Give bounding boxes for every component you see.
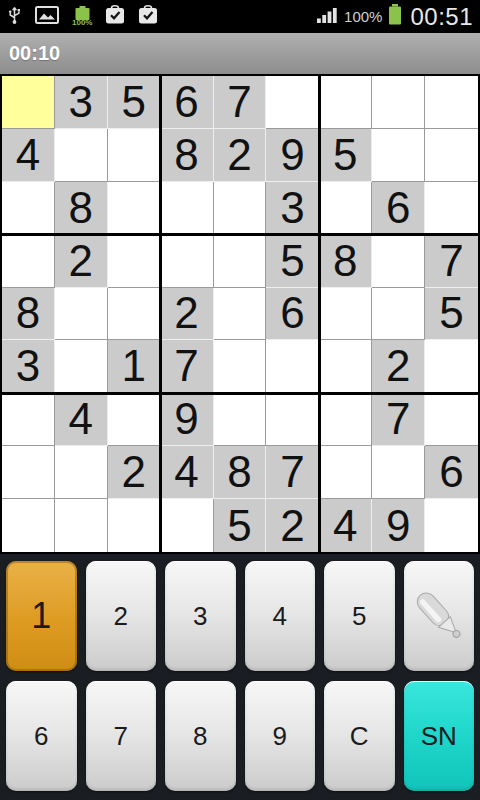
sudoku-cell-r2c4[interactable]: 8 [161, 129, 214, 182]
sudoku-cell-r2c5[interactable]: 2 [214, 129, 267, 182]
digit-7-button[interactable]: 7 [86, 681, 157, 791]
sudoku-cell-r5c3[interactable] [108, 288, 161, 341]
keypad-row-2: 6789CSN [6, 681, 474, 791]
sudoku-cell-r4c9[interactable]: 7 [425, 235, 478, 288]
sudoku-cell-r3c1[interactable] [2, 182, 55, 235]
pencil-icon [413, 584, 465, 648]
sudoku-cell-r3c8[interactable]: 6 [372, 182, 425, 235]
digit-2-button[interactable]: 2 [86, 561, 157, 671]
sudoku-cell-r7c7[interactable] [319, 393, 372, 446]
digit-5-button[interactable]: 5 [324, 561, 395, 671]
battery-icon [388, 4, 402, 29]
sudoku-cell-r9c4[interactable] [161, 499, 214, 552]
sudoku-cell-r9c7[interactable]: 4 [319, 499, 372, 552]
sudoku-cell-r4c8[interactable] [372, 235, 425, 288]
task-done-icon [105, 5, 125, 28]
sudoku-cell-r7c6[interactable] [266, 393, 319, 446]
elapsed-timer: 00:10 [9, 42, 60, 65]
sudoku-cell-r1c9[interactable] [425, 76, 478, 129]
timer-bar: 00:10 [0, 33, 480, 74]
sudoku-cell-r6c9[interactable] [425, 340, 478, 393]
sudoku-cell-r3c4[interactable] [161, 182, 214, 235]
sudoku-cell-r1c2[interactable]: 3 [55, 76, 108, 129]
sudoku-cell-r2c2[interactable] [55, 129, 108, 182]
digit-8-button[interactable]: 8 [165, 681, 236, 791]
digit-4-button[interactable]: 4 [245, 561, 316, 671]
sudoku-cell-r5c2[interactable] [55, 288, 108, 341]
sudoku-cell-r5c9[interactable]: 5 [425, 288, 478, 341]
sudoku-cell-r4c6[interactable]: 5 [266, 235, 319, 288]
sudoku-cell-r5c1[interactable]: 8 [2, 288, 55, 341]
gallery-icon [35, 6, 59, 28]
sudoku-cell-r2c9[interactable] [425, 129, 478, 182]
sudoku-cell-r8c9[interactable]: 6 [425, 446, 478, 499]
sudoku-cell-r7c3[interactable] [108, 393, 161, 446]
sudoku-cell-r1c7[interactable] [319, 76, 372, 129]
sudoku-cell-r8c3[interactable]: 2 [108, 446, 161, 499]
sudoku-cell-r5c4[interactable]: 2 [161, 288, 214, 341]
sudoku-cell-r8c7[interactable] [319, 446, 372, 499]
sudoku-cell-r8c6[interactable]: 7 [266, 446, 319, 499]
digit-3-button[interactable]: 3 [165, 561, 236, 671]
sudoku-cell-r3c6[interactable]: 3 [266, 182, 319, 235]
sudoku-cell-r5c7[interactable] [319, 288, 372, 341]
sudoku-cell-r6c1[interactable]: 3 [2, 340, 55, 393]
sudoku-board: 356748295836258782653172497248765249 [0, 74, 480, 554]
sudoku-cell-r2c1[interactable]: 4 [2, 129, 55, 182]
sudoku-cell-r7c4[interactable]: 9 [161, 393, 214, 446]
sudoku-cell-r2c6[interactable]: 9 [266, 129, 319, 182]
sudoku-cell-r8c5[interactable]: 8 [214, 446, 267, 499]
sudoku-cell-r9c2[interactable] [55, 499, 108, 552]
sudoku-cell-r9c8[interactable]: 9 [372, 499, 425, 552]
sudoku-cell-r7c9[interactable] [425, 393, 478, 446]
battery-charge-icon: 100% [72, 6, 92, 27]
sudoku-cell-r6c5[interactable] [214, 340, 267, 393]
sudoku-cell-r2c7[interactable]: 5 [319, 129, 372, 182]
sudoku-cell-r5c8[interactable] [372, 288, 425, 341]
sudoku-cell-r1c4[interactable]: 6 [161, 76, 214, 129]
sudoku-cell-r1c5[interactable]: 7 [214, 76, 267, 129]
sudoku-cell-r9c1[interactable] [2, 499, 55, 552]
digit-1-button[interactable]: 1 [6, 561, 77, 671]
status-bar: 100% [0, 0, 480, 33]
sudoku-cell-r4c4[interactable] [161, 235, 214, 288]
battery-percent-text: 100% [344, 8, 382, 25]
sudoku-cell-r9c6[interactable]: 2 [266, 499, 319, 552]
sudoku-cell-r8c2[interactable] [55, 446, 108, 499]
sudoku-cell-r7c2[interactable]: 4 [55, 393, 108, 446]
sudoku-cell-r2c3[interactable] [108, 129, 161, 182]
status-clock: 00:51 [410, 3, 473, 31]
sudoku-cell-r9c5[interactable]: 5 [214, 499, 267, 552]
sn-toggle-button[interactable]: SN [404, 681, 475, 791]
usb-icon [7, 5, 22, 29]
sudoku-cell-r5c5[interactable] [214, 288, 267, 341]
sudoku-cell-r6c6[interactable] [266, 340, 319, 393]
clear-button[interactable]: C [324, 681, 395, 791]
sudoku-cell-r4c7[interactable]: 8 [319, 235, 372, 288]
sudoku-cell-r1c6[interactable] [266, 76, 319, 129]
battery-charge-label: 100% [72, 19, 92, 27]
sudoku-cell-r3c7[interactable] [319, 182, 372, 235]
sudoku-cell-r5c6[interactable]: 6 [266, 288, 319, 341]
sudoku-cell-r6c3[interactable]: 1 [108, 340, 161, 393]
sudoku-cell-r6c8[interactable]: 2 [372, 340, 425, 393]
keypad-row-1: 12345 [6, 561, 474, 671]
sudoku-cell-r4c5[interactable] [214, 235, 267, 288]
board-cells: 356748295836258782653172497248765249 [2, 76, 478, 552]
sudoku-cell-r3c5[interactable] [214, 182, 267, 235]
sudoku-cell-r1c1[interactable] [2, 76, 55, 129]
digit-9-button[interactable]: 9 [245, 681, 316, 791]
sudoku-cell-r1c8[interactable] [372, 76, 425, 129]
sudoku-cell-r6c2[interactable] [55, 340, 108, 393]
sudoku-cell-r6c7[interactable] [319, 340, 372, 393]
sudoku-app-screen: 100% [0, 0, 480, 800]
signal-strength-icon [317, 7, 338, 27]
sudoku-cell-r7c8[interactable]: 7 [372, 393, 425, 446]
sudoku-cell-r9c9[interactable] [425, 499, 478, 552]
sudoku-cell-r8c1[interactable] [2, 446, 55, 499]
sudoku-cell-r8c4[interactable]: 4 [161, 446, 214, 499]
sudoku-cell-r4c3[interactable] [108, 235, 161, 288]
digit-6-button[interactable]: 6 [6, 681, 77, 791]
sudoku-cell-r4c1[interactable] [2, 235, 55, 288]
pencil-button[interactable] [404, 561, 475, 671]
sudoku-cell-r7c1[interactable] [2, 393, 55, 446]
sudoku-cell-r7c5[interactable] [214, 393, 267, 446]
sudoku-cell-r3c9[interactable] [425, 182, 478, 235]
sudoku-cell-r4c2[interactable]: 2 [55, 235, 108, 288]
sudoku-cell-r8c8[interactable] [372, 446, 425, 499]
sudoku-cell-r3c2[interactable]: 8 [55, 182, 108, 235]
sudoku-cell-r3c3[interactable] [108, 182, 161, 235]
sudoku-cell-r1c3[interactable]: 5 [108, 76, 161, 129]
task-done-icon-2 [138, 5, 158, 28]
sudoku-cell-r6c4[interactable]: 7 [161, 340, 214, 393]
sudoku-cell-r9c3[interactable] [108, 499, 161, 552]
sudoku-cell-r2c8[interactable] [372, 129, 425, 182]
keypad: 123456789CSN [0, 554, 480, 800]
